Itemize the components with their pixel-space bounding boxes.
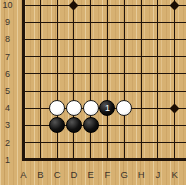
col-label-H: H bbox=[133, 168, 149, 182]
col-label-C: C bbox=[49, 168, 65, 182]
col-label-A: A bbox=[16, 168, 32, 182]
col-label-E: E bbox=[83, 168, 99, 182]
col-label-K: K bbox=[167, 168, 183, 182]
col-label-D: D bbox=[66, 168, 82, 182]
go-board-diagram: 1 10987654321 ABCDEFGHJK bbox=[0, 0, 186, 185]
col-label-J: J bbox=[150, 168, 166, 182]
column-coordinate-labels: ABCDEFGHJK bbox=[0, 0, 186, 185]
col-label-F: F bbox=[100, 168, 116, 182]
col-label-G: G bbox=[116, 168, 132, 182]
col-label-B: B bbox=[32, 168, 48, 182]
